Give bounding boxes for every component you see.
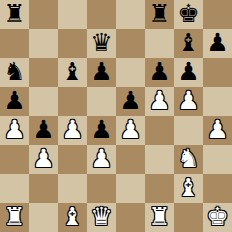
black-pawn-icon[interactable]: ♟: [90, 115, 112, 144]
square-a5[interactable]: ♟: [0, 87, 29, 116]
square-b3[interactable]: ♟: [29, 145, 58, 174]
square-f2[interactable]: [145, 174, 174, 203]
square-g6[interactable]: ♟: [174, 58, 203, 87]
square-c7[interactable]: [58, 29, 87, 58]
white-pawn-icon[interactable]: ♟: [3, 115, 25, 144]
white-king-icon[interactable]: ♚: [206, 202, 228, 231]
square-d7[interactable]: ♛: [87, 29, 116, 58]
chess-board: ♜♜♚♛♝♟♞♝♟♟♟♟♟♟♟♟♟♟♟♟♟♟♟♞♝♜♝♛♜♚: [0, 0, 232, 232]
white-pawn-icon[interactable]: ♟: [32, 144, 54, 173]
square-a7[interactable]: [0, 29, 29, 58]
square-a3[interactable]: [0, 145, 29, 174]
black-bishop-icon[interactable]: ♝: [61, 57, 83, 86]
white-pawn-icon[interactable]: ♟: [61, 115, 83, 144]
square-d6[interactable]: ♟: [87, 58, 116, 87]
square-a4[interactable]: ♟: [0, 116, 29, 145]
square-g7[interactable]: ♝: [174, 29, 203, 58]
square-h5[interactable]: [203, 87, 232, 116]
square-a2[interactable]: [0, 174, 29, 203]
black-pawn-icon[interactable]: ♟: [90, 57, 112, 86]
square-e2[interactable]: [116, 174, 145, 203]
square-e7[interactable]: [116, 29, 145, 58]
square-b8[interactable]: [29, 0, 58, 29]
square-c4[interactable]: ♟: [58, 116, 87, 145]
square-c6[interactable]: ♝: [58, 58, 87, 87]
black-pawn-icon[interactable]: ♟: [177, 57, 199, 86]
square-d5[interactable]: [87, 87, 116, 116]
white-bishop-icon[interactable]: ♝: [61, 202, 83, 231]
black-king-icon[interactable]: ♚: [177, 0, 199, 28]
square-h6[interactable]: [203, 58, 232, 87]
square-c8[interactable]: [58, 0, 87, 29]
white-queen-icon[interactable]: ♛: [90, 202, 112, 231]
white-pawn-icon[interactable]: ♟: [119, 115, 141, 144]
square-d3[interactable]: ♟: [87, 145, 116, 174]
white-pawn-icon[interactable]: ♟: [177, 86, 199, 115]
square-b2[interactable]: [29, 174, 58, 203]
square-c2[interactable]: [58, 174, 87, 203]
square-d1[interactable]: ♛: [87, 203, 116, 232]
square-b4[interactable]: ♟: [29, 116, 58, 145]
square-a1[interactable]: ♜: [0, 203, 29, 232]
square-h1[interactable]: ♚: [203, 203, 232, 232]
black-pawn-icon[interactable]: ♟: [3, 86, 25, 115]
square-g2[interactable]: ♝: [174, 174, 203, 203]
square-f4[interactable]: [145, 116, 174, 145]
square-g3[interactable]: ♞: [174, 145, 203, 174]
square-e3[interactable]: [116, 145, 145, 174]
square-h7[interactable]: ♟: [203, 29, 232, 58]
square-f5[interactable]: ♟: [145, 87, 174, 116]
square-h2[interactable]: [203, 174, 232, 203]
square-h3[interactable]: [203, 145, 232, 174]
square-e8[interactable]: [116, 0, 145, 29]
square-g8[interactable]: ♚: [174, 0, 203, 29]
square-a8[interactable]: ♜: [0, 0, 29, 29]
square-e5[interactable]: ♟: [116, 87, 145, 116]
square-h4[interactable]: ♟: [203, 116, 232, 145]
square-g4[interactable]: [174, 116, 203, 145]
square-f8[interactable]: ♜: [145, 0, 174, 29]
square-b6[interactable]: [29, 58, 58, 87]
white-pawn-icon[interactable]: ♟: [148, 86, 170, 115]
square-f6[interactable]: ♟: [145, 58, 174, 87]
square-e1[interactable]: [116, 203, 145, 232]
square-b7[interactable]: [29, 29, 58, 58]
square-d2[interactable]: [87, 174, 116, 203]
white-knight-icon[interactable]: ♞: [177, 144, 199, 173]
square-f7[interactable]: [145, 29, 174, 58]
square-g5[interactable]: ♟: [174, 87, 203, 116]
black-bishop-icon[interactable]: ♝: [177, 28, 199, 57]
black-pawn-icon[interactable]: ♟: [206, 28, 228, 57]
white-pawn-icon[interactable]: ♟: [90, 144, 112, 173]
black-pawn-icon[interactable]: ♟: [119, 86, 141, 115]
square-c3[interactable]: [58, 145, 87, 174]
white-pawn-icon[interactable]: ♟: [206, 115, 228, 144]
square-b5[interactable]: [29, 87, 58, 116]
black-rook-icon[interactable]: ♜: [3, 0, 25, 28]
square-c1[interactable]: ♝: [58, 203, 87, 232]
black-knight-icon[interactable]: ♞: [3, 57, 25, 86]
square-f1[interactable]: ♜: [145, 203, 174, 232]
square-b1[interactable]: [29, 203, 58, 232]
black-pawn-icon[interactable]: ♟: [32, 115, 54, 144]
black-queen-icon[interactable]: ♛: [90, 28, 112, 57]
black-pawn-icon[interactable]: ♟: [148, 57, 170, 86]
square-g1[interactable]: [174, 203, 203, 232]
square-e4[interactable]: ♟: [116, 116, 145, 145]
square-a6[interactable]: ♞: [0, 58, 29, 87]
square-f3[interactable]: [145, 145, 174, 174]
square-d8[interactable]: [87, 0, 116, 29]
square-c5[interactable]: [58, 87, 87, 116]
white-rook-icon[interactable]: ♜: [3, 202, 25, 231]
square-h8[interactable]: [203, 0, 232, 29]
square-e6[interactable]: [116, 58, 145, 87]
white-bishop-icon[interactable]: ♝: [177, 173, 199, 202]
square-d4[interactable]: ♟: [87, 116, 116, 145]
white-rook-icon[interactable]: ♜: [148, 202, 170, 231]
black-rook-icon[interactable]: ♜: [148, 0, 170, 28]
